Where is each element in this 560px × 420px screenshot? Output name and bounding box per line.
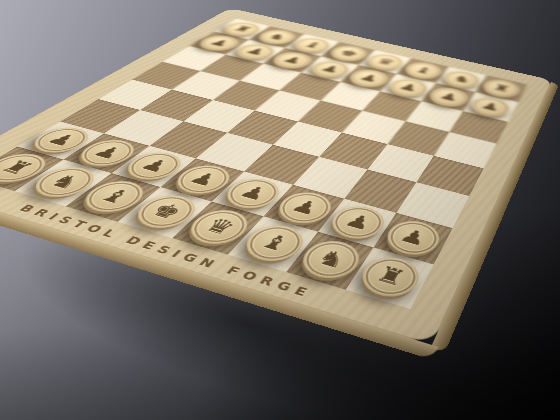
photo-canvas: ♜♞♝♚♛♝♞♜♟♟♟♟♟♟♟♟♟♟♟♟♟♟♟♟♜♞♝♚♛♝♞♜BRISTOL …	[0, 0, 560, 420]
